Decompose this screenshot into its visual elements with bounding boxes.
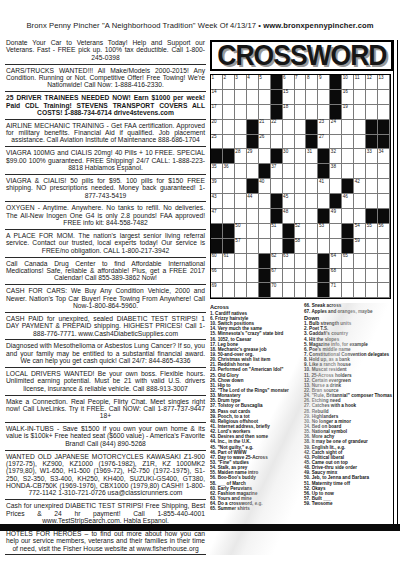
crossword-cell[interactable]: 64 (330, 254, 342, 269)
crossword-cell[interactable]: 58 (295, 239, 307, 254)
crossword-cell[interactable] (235, 194, 247, 209)
black-cell (318, 164, 330, 179)
crossword-cell[interactable] (247, 90, 259, 105)
cell-number: 14 (212, 89, 217, 94)
crossword-cell[interactable] (366, 90, 378, 105)
crossword-cell[interactable] (354, 120, 366, 135)
cell-number: 11 (355, 75, 360, 80)
black-cell (283, 239, 295, 254)
black-cell (271, 209, 283, 224)
crossword-cell[interactable] (235, 135, 247, 150)
black-cell (271, 149, 283, 164)
cell-number: 7 (295, 75, 298, 80)
crossword-cell[interactable] (235, 90, 247, 105)
crossword-cell[interactable] (354, 90, 366, 105)
black-cell (378, 209, 390, 224)
crossword-clues: Across1. Cardiff natives6. Frizzy hairst… (210, 303, 393, 555)
crossword-cell[interactable]: 44 (247, 194, 259, 209)
crossword-cell[interactable]: 51 (271, 224, 283, 239)
cell-number: 47 (212, 209, 217, 214)
crossword-cell[interactable] (295, 105, 307, 120)
crossword-cell[interactable]: 57 (235, 239, 247, 254)
crossword-cell[interactable] (259, 105, 271, 120)
crossword-cell[interactable] (306, 269, 318, 284)
crossword-cell[interactable] (271, 179, 283, 194)
crossword-cell[interactable]: 31 (306, 149, 318, 164)
crossword-cell[interactable] (366, 283, 378, 298)
crossword-cell[interactable] (295, 254, 307, 269)
crossword-cell[interactable] (235, 209, 247, 224)
crossword-cell[interactable] (366, 269, 378, 284)
crossword-cell[interactable]: 66 (211, 269, 223, 284)
crossword-cell[interactable] (247, 105, 259, 120)
cell-number: 70 (271, 283, 276, 288)
black-cell (306, 120, 318, 135)
crossword-cell[interactable] (223, 179, 235, 194)
crossword-cell[interactable] (235, 283, 247, 298)
crossword-cell[interactable] (235, 120, 247, 135)
cell-number: 16 (343, 89, 348, 94)
crossword-cell[interactable] (295, 269, 307, 284)
crossword-cell[interactable] (378, 105, 390, 120)
crossword-cell[interactable]: 22 (271, 120, 283, 135)
crossword-cell[interactable] (223, 105, 235, 120)
black-cell (271, 75, 283, 90)
crossword-cell[interactable] (271, 135, 283, 150)
classified-ad: CASH PAID for unexpired, sealed DIABETIC… (5, 313, 206, 341)
crossword-cell[interactable] (342, 149, 354, 164)
black-cell (378, 135, 390, 150)
crossword-cell[interactable] (354, 149, 366, 164)
crossword-cell[interactable] (259, 149, 271, 164)
black-cell (271, 90, 283, 105)
crossword-cell[interactable]: 26 (259, 135, 271, 150)
crossword-cell[interactable] (306, 164, 318, 179)
crossword-cell[interactable]: 52 (295, 224, 307, 239)
crossword-cell[interactable] (235, 164, 247, 179)
crossword-cell[interactable]: 34 (378, 149, 390, 164)
crossword-cell[interactable] (235, 254, 247, 269)
black-cell (366, 120, 378, 135)
crossword-cell[interactable] (306, 254, 318, 269)
crossword-cell[interactable] (342, 164, 354, 179)
cell-number: 13 (379, 75, 384, 80)
black-cell (223, 239, 235, 254)
black-cell (378, 120, 390, 135)
crossword-cell[interactable] (366, 239, 378, 254)
cell-number: 28 (235, 149, 240, 154)
black-cell (318, 269, 330, 284)
crossword-cell[interactable]: 1 (211, 75, 223, 90)
cell-number: 58 (295, 238, 300, 243)
classified-ad: Donate Your Car to Veterans Today! Help … (5, 37, 206, 65)
crossword-cell[interactable]: 63 (283, 254, 295, 269)
crossword-cell[interactable]: 62 (271, 254, 283, 269)
crossword-cell[interactable] (295, 209, 307, 224)
cell-number: 42 (355, 179, 360, 184)
classified-ad: Call Canada Drug Center to find Affordab… (5, 258, 206, 286)
crossword-cell[interactable]: 40 (259, 179, 271, 194)
cell-number: 49 (331, 209, 336, 214)
crossword-cell[interactable] (330, 179, 342, 194)
crossword-cell[interactable] (295, 164, 307, 179)
black-cell (259, 254, 271, 269)
crossword-cell[interactable]: 71 (330, 283, 342, 298)
crossword-cell[interactable] (366, 179, 378, 194)
crossword-cell[interactable] (366, 254, 378, 269)
cell-number: 41 (319, 179, 324, 184)
black-cell (318, 254, 330, 269)
black-cell (306, 135, 318, 150)
crossword-cell[interactable]: 29 (247, 149, 259, 164)
black-cell (211, 239, 223, 254)
crossword-cell[interactable] (235, 105, 247, 120)
cell-number: 10 (343, 75, 348, 80)
crossword-cell[interactable] (247, 164, 259, 179)
crossword-cell[interactable] (247, 239, 259, 254)
crossword-cell[interactable] (223, 135, 235, 150)
crossword-cell[interactable] (247, 209, 259, 224)
crossword-cell[interactable]: 70 (271, 283, 283, 298)
classified-ads-column: Donate Your Car to Veterans Today! Help … (5, 37, 206, 555)
crossword-cell[interactable]: 14 (211, 90, 223, 105)
crossword-cell[interactable] (306, 224, 318, 239)
crossword-grid[interactable]: 1234567891011121314151617181920212223242… (210, 74, 391, 299)
crossword-cell[interactable] (354, 269, 366, 284)
crossword-cell[interactable] (223, 120, 235, 135)
page-edge-rule (393, 40, 398, 529)
cell-number: 36 (223, 164, 228, 169)
crossword-cell[interactable]: 21 (259, 120, 271, 135)
crossword-cell[interactable]: 18 (283, 105, 295, 120)
down-clue-column: 66. Sneak across67. Apples and oranges, … (304, 303, 393, 555)
black-cell (259, 269, 271, 284)
crossword-cell[interactable]: 30 (283, 149, 295, 164)
crossword-cell[interactable]: 25 (211, 135, 223, 150)
crossword-cell[interactable] (342, 269, 354, 284)
crossword-cell[interactable]: 16 (342, 90, 354, 105)
crossword-cell[interactable] (342, 209, 354, 224)
black-cell (247, 135, 259, 150)
down-clue: 59. Twosome (304, 501, 393, 506)
crossword-cell[interactable]: 45 (283, 194, 295, 209)
crossword-cell[interactable]: 24 (330, 120, 342, 135)
classified-ad: 25 DRIVER TRAINEES NEEDED NOW! Earn $100… (5, 92, 206, 120)
crossword-cell[interactable] (295, 90, 307, 105)
crossword-cell[interactable]: 20 (211, 120, 223, 135)
classified-ad: Make a Connection. Real People, Flirty C… (5, 396, 206, 424)
crossword-cell[interactable]: 23 (318, 120, 330, 135)
crossword-cell[interactable]: 17 (211, 105, 223, 120)
classified-ad: HOTELS FOR HEROES – to find out more abo… (5, 528, 206, 556)
cell-number: 69 (212, 283, 217, 288)
crossword-cell[interactable] (330, 135, 342, 150)
crossword-cell[interactable]: 55 (366, 224, 378, 239)
cell-number: 19 (343, 104, 348, 109)
cell-number: 18 (283, 104, 288, 109)
crossword-cell[interactable] (330, 224, 342, 239)
crossword-cell[interactable] (378, 269, 390, 284)
crossword-cell[interactable]: 67 (271, 269, 283, 284)
cell-number: 12 (367, 75, 372, 80)
crossword-cell[interactable] (259, 224, 271, 239)
black-cell (330, 105, 342, 120)
crossword-cell[interactable] (378, 179, 390, 194)
cell-number: 29 (247, 149, 252, 154)
crossword-cell[interactable] (259, 209, 271, 224)
black-cell (211, 224, 223, 239)
black-cell (330, 194, 342, 209)
crossword-cell[interactable]: 56 (378, 224, 390, 239)
cell-number: 50 (235, 223, 240, 228)
crossword-cell[interactable]: 5 (259, 75, 271, 90)
crossword-cell[interactable]: 4 (247, 75, 259, 90)
crossword-cell[interactable] (295, 135, 307, 150)
crossword-cell[interactable] (295, 149, 307, 164)
crossword-cell[interactable] (259, 239, 271, 254)
across-clue: 65. Summer shirts (210, 506, 299, 511)
black-cell (271, 194, 283, 209)
crossword-cell[interactable] (318, 90, 330, 105)
classified-ad: A PLACE FOR MOM. The nation's largest se… (5, 230, 206, 258)
crossword-cell[interactable]: 54 (354, 224, 366, 239)
crossword-cell[interactable] (354, 135, 366, 150)
crossword-cell[interactable] (342, 135, 354, 150)
classified-ad: WANTED OLD JAPANESE MOTORCYCLES KAWASAKI… (5, 451, 206, 501)
crossword-section: CROSSWORD 123456789101112131415161718192… (210, 40, 393, 555)
page-masthead: Bronx Penny Pincher "A Neighborhood Trad… (0, 21, 400, 30)
black-cell (318, 209, 330, 224)
crossword-cell[interactable] (295, 194, 307, 209)
cell-number: 51 (271, 223, 276, 228)
down-label: Down (304, 315, 393, 321)
across-clue: 67. Apples and oranges, maybe (304, 309, 393, 314)
crossword-cell[interactable] (378, 283, 390, 298)
crossword-cell[interactable] (223, 283, 235, 298)
crossword-cell[interactable]: 15 (283, 90, 295, 105)
crossword-cell[interactable] (354, 254, 366, 269)
cell-number: 54 (355, 223, 360, 228)
crossword-cell[interactable] (295, 179, 307, 194)
crossword-cell[interactable]: 42 (354, 179, 366, 194)
crossword-cell[interactable]: 49 (330, 209, 342, 224)
black-cell (342, 179, 354, 194)
crossword-cell[interactable] (235, 269, 247, 284)
crossword-cell[interactable] (235, 179, 247, 194)
cell-number: 45 (283, 194, 288, 199)
cell-number: 17 (212, 104, 217, 109)
crossword-cell[interactable]: 13 (378, 75, 390, 90)
cell-number: 53 (319, 223, 324, 228)
crossword-cell[interactable] (306, 283, 318, 298)
cell-number: 9 (319, 75, 322, 80)
crossword-cell[interactable] (283, 269, 295, 284)
crossword-cell[interactable]: 2 (223, 75, 235, 90)
cell-number: 26 (259, 134, 264, 139)
crossword-cell[interactable] (295, 120, 307, 135)
across-clue-column: Across1. Cardiff natives6. Frizzy hairst… (210, 303, 299, 555)
classified-ad: VIAGRA & CIALIS! 50 pills for $95. 100 p… (5, 175, 206, 203)
crossword-cell[interactable]: 41 (318, 179, 330, 194)
crossword-cell[interactable]: 69 (211, 283, 223, 298)
cell-number: 67 (271, 268, 276, 273)
crossword-cell[interactable] (366, 164, 378, 179)
crossword-cell[interactable]: 61 (223, 254, 235, 269)
crossword-cell[interactable]: 33 (366, 149, 378, 164)
crossword-cell[interactable] (283, 179, 295, 194)
cell-number: 8 (307, 75, 310, 80)
cell-number: 52 (295, 223, 300, 228)
cell-number: 6 (283, 75, 286, 80)
crossword-cell[interactable] (378, 90, 390, 105)
crossword-cell[interactable] (223, 269, 235, 284)
crossword-cell[interactable]: 47 (211, 209, 223, 224)
crossword-cell[interactable] (259, 194, 271, 209)
crossword-cell[interactable]: 43 (211, 194, 223, 209)
classified-ad: CARS/TRUCKS WANTED!!! All Make/Models 20… (5, 65, 206, 93)
cell-number: 48 (283, 209, 288, 214)
cell-number: 24 (331, 119, 336, 124)
cell-number: 46 (343, 194, 348, 199)
crossword-cell[interactable]: 48 (283, 209, 295, 224)
page-bottom-rule (0, 524, 400, 531)
cell-number: 15 (283, 89, 288, 94)
crossword-cell[interactable]: 3 (235, 75, 247, 90)
crossword-cell[interactable] (366, 105, 378, 120)
crossword-cell[interactable]: 36 (223, 164, 235, 179)
crossword-cell[interactable] (223, 90, 235, 105)
across-label: Across (210, 304, 299, 310)
cell-number: 21 (259, 119, 264, 124)
crossword-cell[interactable] (306, 209, 318, 224)
crossword-cell[interactable] (318, 194, 330, 209)
cell-number: 68 (331, 268, 336, 273)
crossword-cell[interactable] (354, 194, 366, 209)
cell-number: 39 (212, 179, 217, 184)
crossword-cell[interactable] (318, 105, 330, 120)
crossword-cell[interactable]: 50 (235, 224, 247, 239)
black-cell (318, 283, 330, 298)
cell-number: 25 (212, 134, 217, 139)
cell-number: 55 (367, 223, 372, 228)
crossword-cell[interactable] (247, 254, 259, 269)
crossword-cell[interactable] (295, 283, 307, 298)
crossword-cell[interactable]: 39 (211, 179, 223, 194)
crossword-cell[interactable]: 60 (211, 254, 223, 269)
crossword-cell[interactable]: 46 (342, 194, 354, 209)
black-cell (259, 164, 271, 179)
crossword-cell[interactable] (354, 164, 366, 179)
crossword-cell[interactable]: 59 (354, 239, 366, 254)
black-cell (223, 149, 235, 164)
masthead-title: Bronx Penny Pincher "A Neighborhood Trad… (26, 21, 263, 30)
crossword-cell[interactable]: 9 (318, 75, 330, 90)
crossword-cell[interactable] (306, 90, 318, 105)
crossword-cell[interactable]: 32 (330, 149, 342, 164)
crossword-cell[interactable]: 35 (211, 164, 223, 179)
cell-number: 65 (343, 253, 348, 258)
crossword-cell[interactable] (247, 269, 259, 284)
crossword-cell[interactable]: 65 (342, 254, 354, 269)
crossword-cell[interactable]: 27 (318, 135, 330, 150)
classified-ad: OXYGEN - Anytime. Anywhere. No tanks to … (5, 202, 206, 230)
cell-number: 27 (319, 134, 324, 139)
cell-number: 31 (307, 149, 312, 154)
crossword-cell[interactable]: 10 (342, 75, 354, 90)
black-cell (247, 179, 259, 194)
crossword-cell[interactable] (283, 164, 295, 179)
crossword-cell[interactable] (378, 164, 390, 179)
crossword-cell[interactable] (366, 194, 378, 209)
classified-ad: WALK-IN-TUBS - Save $1500 if you own you… (5, 423, 206, 451)
cell-number: 38 (331, 164, 336, 169)
crossword-cell[interactable] (283, 120, 295, 135)
crossword-cell[interactable]: 8 (306, 75, 318, 90)
crossword-cell[interactable] (342, 283, 354, 298)
crossword-cell[interactable] (283, 283, 295, 298)
crossword-cell[interactable] (306, 105, 318, 120)
cell-number: 33 (367, 149, 372, 154)
black-cell (342, 224, 354, 239)
crossword-cell[interactable] (318, 239, 330, 254)
black-cell (211, 149, 223, 164)
cell-number: 37 (271, 164, 276, 169)
crossword-cell[interactable] (378, 194, 390, 209)
crossword-cell[interactable] (306, 239, 318, 254)
cell-number: 35 (212, 164, 217, 169)
crossword-cell[interactable] (223, 194, 235, 209)
black-cell (318, 149, 330, 164)
crossword-cell[interactable]: 28 (235, 149, 247, 164)
crossword-cell[interactable]: 37 (271, 164, 283, 179)
crossword-cell[interactable] (330, 239, 342, 254)
crossword-cell[interactable] (354, 209, 366, 224)
crossword-cell[interactable]: 19 (342, 105, 354, 120)
crossword-cell[interactable] (354, 283, 366, 298)
black-cell (366, 135, 378, 150)
crossword-cell[interactable] (342, 120, 354, 135)
cell-number: 60 (212, 253, 217, 258)
crossword-cell[interactable]: 6 (283, 75, 295, 90)
crossword-cell[interactable]: 68 (330, 269, 342, 284)
crossword-cell[interactable]: 38 (330, 164, 342, 179)
cell-number: 71 (331, 283, 336, 288)
crossword-cell[interactable]: 12 (366, 75, 378, 90)
crossword-cell[interactable]: 7 (295, 75, 307, 90)
crossword-title-box: CROSSWORD (210, 40, 393, 71)
cell-number: 30 (283, 149, 288, 154)
crossword-cell[interactable]: 53 (318, 224, 330, 239)
cell-number: 40 (259, 179, 264, 184)
crossword-cell[interactable] (306, 179, 318, 194)
crossword-cell[interactable] (378, 239, 390, 254)
classified-ad: VIAGRA 100MG and CIALIS 20mg! 40 Pills +… (5, 147, 206, 175)
crossword-cell[interactable] (259, 90, 271, 105)
crossword-cell[interactable] (306, 194, 318, 209)
crossword-cell[interactable] (271, 239, 283, 254)
crossword-cell[interactable] (223, 209, 235, 224)
black-cell (247, 120, 259, 135)
crossword-cell[interactable] (354, 105, 366, 120)
crossword-cell[interactable] (247, 224, 259, 239)
crossword-cell[interactable]: 11 (354, 75, 366, 90)
black-cell (330, 90, 342, 105)
crossword-cell[interactable] (378, 254, 390, 269)
crossword-cell[interactable] (247, 283, 259, 298)
crossword-cell[interactable] (283, 135, 295, 150)
black-cell (342, 239, 354, 254)
cell-number: 5 (259, 75, 262, 80)
